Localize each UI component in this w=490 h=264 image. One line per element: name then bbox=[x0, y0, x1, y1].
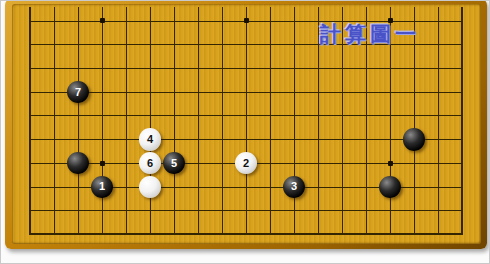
black-stone: 3 bbox=[283, 176, 306, 199]
board-intersection[interactable]: 1 bbox=[90, 175, 114, 199]
board-intersection[interactable]: 4 bbox=[138, 128, 162, 152]
black-stone bbox=[379, 176, 402, 199]
board-intersection[interactable]: 7 bbox=[66, 80, 90, 104]
board-intersection[interactable]: 3 bbox=[282, 175, 306, 199]
white-stone: 4 bbox=[139, 128, 162, 151]
move-number-label: 1 bbox=[99, 181, 105, 192]
move-number-label: 6 bbox=[147, 158, 153, 169]
move-number-label: 3 bbox=[291, 181, 297, 192]
black-stone: 1 bbox=[91, 176, 114, 199]
go-diagram-screenshot: 7146523 計算圖一 bbox=[0, 0, 490, 264]
star-point bbox=[244, 18, 249, 23]
black-stone: 5 bbox=[163, 152, 186, 175]
board-intersection[interactable]: 5 bbox=[162, 151, 186, 175]
black-stone: 7 bbox=[67, 81, 90, 104]
move-number-label: 5 bbox=[171, 158, 177, 169]
board-intersection[interactable] bbox=[66, 151, 90, 175]
black-stone bbox=[67, 152, 90, 175]
star-point bbox=[388, 161, 393, 166]
board-intersection[interactable]: 2 bbox=[234, 151, 258, 175]
move-number-label: 4 bbox=[147, 134, 153, 145]
board-intersection[interactable]: 6 bbox=[138, 151, 162, 175]
star-point bbox=[100, 18, 105, 23]
board-intersection[interactable] bbox=[378, 175, 402, 199]
move-number-label: 2 bbox=[243, 158, 249, 169]
white-stone bbox=[139, 176, 162, 199]
black-stone bbox=[403, 128, 426, 151]
white-stone: 2 bbox=[235, 152, 258, 175]
board-intersection[interactable] bbox=[138, 175, 162, 199]
board-intersection[interactable] bbox=[402, 128, 426, 152]
white-stone: 6 bbox=[139, 152, 162, 175]
star-point bbox=[100, 161, 105, 166]
move-number-label: 7 bbox=[75, 87, 81, 98]
diagram-title: 計算圖一 bbox=[320, 20, 420, 48]
